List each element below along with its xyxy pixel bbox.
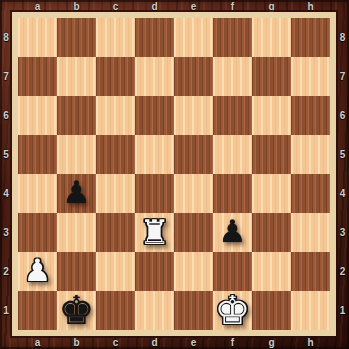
rank-labels-right: 87654321 bbox=[336, 18, 349, 330]
square-a4[interactable] bbox=[18, 174, 57, 213]
square-f3[interactable]: ♟ bbox=[213, 213, 252, 252]
square-c8[interactable] bbox=[96, 18, 135, 57]
square-e3[interactable] bbox=[174, 213, 213, 252]
black-pawn[interactable]: ♟ bbox=[219, 216, 247, 247]
square-b6[interactable] bbox=[57, 96, 96, 135]
square-a6[interactable] bbox=[18, 96, 57, 135]
square-d4[interactable] bbox=[135, 174, 174, 213]
square-d7[interactable] bbox=[135, 57, 174, 96]
white-rook[interactable]: ♜ bbox=[139, 215, 169, 249]
square-a1[interactable] bbox=[18, 291, 57, 330]
file-label-b: b bbox=[57, 336, 96, 349]
file-label-g: g bbox=[252, 336, 291, 349]
rank-label-2: 2 bbox=[336, 252, 349, 291]
square-b2[interactable] bbox=[57, 252, 96, 291]
square-f8[interactable] bbox=[213, 18, 252, 57]
rank-label-8: 8 bbox=[0, 18, 12, 57]
square-b1[interactable]: ♚ bbox=[57, 291, 96, 330]
rank-label-5: 5 bbox=[336, 135, 349, 174]
rank-label-4: 4 bbox=[0, 174, 12, 213]
square-d5[interactable] bbox=[135, 135, 174, 174]
square-e7[interactable] bbox=[174, 57, 213, 96]
square-h4[interactable] bbox=[291, 174, 330, 213]
square-g2[interactable] bbox=[252, 252, 291, 291]
square-d2[interactable] bbox=[135, 252, 174, 291]
file-label-d: d bbox=[135, 336, 174, 349]
rank-label-4: 4 bbox=[336, 174, 349, 213]
file-label-g: g bbox=[252, 0, 291, 12]
square-e2[interactable] bbox=[174, 252, 213, 291]
square-e5[interactable] bbox=[174, 135, 213, 174]
file-label-h: h bbox=[291, 0, 330, 12]
square-g6[interactable] bbox=[252, 96, 291, 135]
square-f4[interactable] bbox=[213, 174, 252, 213]
square-c3[interactable] bbox=[96, 213, 135, 252]
black-pawn[interactable]: ♟ bbox=[63, 177, 91, 208]
file-label-c: c bbox=[96, 336, 135, 349]
file-label-b: b bbox=[57, 0, 96, 12]
square-c6[interactable] bbox=[96, 96, 135, 135]
square-d6[interactable] bbox=[135, 96, 174, 135]
square-c1[interactable] bbox=[96, 291, 135, 330]
square-g8[interactable] bbox=[252, 18, 291, 57]
square-a7[interactable] bbox=[18, 57, 57, 96]
black-king[interactable]: ♚ bbox=[59, 290, 95, 330]
rank-label-1: 1 bbox=[0, 291, 12, 330]
board-bevel: ♟♜♟♟♚♚ bbox=[12, 12, 336, 336]
square-f6[interactable] bbox=[213, 96, 252, 135]
square-c2[interactable] bbox=[96, 252, 135, 291]
square-e4[interactable] bbox=[174, 174, 213, 213]
chess-app: abcdefgh abcdefgh 87654321 87654321 ♟♜♟♟… bbox=[0, 0, 349, 349]
rank-label-8: 8 bbox=[336, 18, 349, 57]
square-g1[interactable] bbox=[252, 291, 291, 330]
square-a5[interactable] bbox=[18, 135, 57, 174]
rank-label-7: 7 bbox=[336, 57, 349, 96]
rank-label-3: 3 bbox=[336, 213, 349, 252]
rank-label-5: 5 bbox=[0, 135, 12, 174]
file-label-d: d bbox=[135, 0, 174, 12]
square-e1[interactable] bbox=[174, 291, 213, 330]
white-king[interactable]: ♚ bbox=[215, 290, 251, 330]
square-b3[interactable] bbox=[57, 213, 96, 252]
square-h3[interactable] bbox=[291, 213, 330, 252]
chess-board: ♟♜♟♟♚♚ bbox=[18, 18, 330, 330]
square-a8[interactable] bbox=[18, 18, 57, 57]
square-g7[interactable] bbox=[252, 57, 291, 96]
rank-labels-left: 87654321 bbox=[0, 18, 12, 330]
square-h2[interactable] bbox=[291, 252, 330, 291]
rank-label-6: 6 bbox=[0, 96, 12, 135]
file-labels-top: abcdefgh bbox=[18, 0, 330, 12]
square-b4[interactable]: ♟ bbox=[57, 174, 96, 213]
square-a2[interactable]: ♟ bbox=[18, 252, 57, 291]
file-label-e: e bbox=[174, 0, 213, 12]
square-b8[interactable] bbox=[57, 18, 96, 57]
square-c4[interactable] bbox=[96, 174, 135, 213]
square-c7[interactable] bbox=[96, 57, 135, 96]
square-h1[interactable] bbox=[291, 291, 330, 330]
square-f5[interactable] bbox=[213, 135, 252, 174]
rank-label-6: 6 bbox=[336, 96, 349, 135]
square-a3[interactable] bbox=[18, 213, 57, 252]
square-h6[interactable] bbox=[291, 96, 330, 135]
square-f1[interactable]: ♚ bbox=[213, 291, 252, 330]
square-b7[interactable] bbox=[57, 57, 96, 96]
square-b5[interactable] bbox=[57, 135, 96, 174]
square-g3[interactable] bbox=[252, 213, 291, 252]
file-labels-bottom: abcdefgh bbox=[18, 336, 330, 349]
square-c5[interactable] bbox=[96, 135, 135, 174]
file-label-c: c bbox=[96, 0, 135, 12]
file-label-h: h bbox=[291, 336, 330, 349]
file-label-a: a bbox=[18, 336, 57, 349]
rank-label-1: 1 bbox=[336, 291, 349, 330]
file-label-e: e bbox=[174, 336, 213, 349]
square-g4[interactable] bbox=[252, 174, 291, 213]
white-pawn[interactable]: ♟ bbox=[24, 255, 52, 286]
rank-label-3: 3 bbox=[0, 213, 12, 252]
file-label-a: a bbox=[18, 0, 57, 12]
square-d3[interactable]: ♜ bbox=[135, 213, 174, 252]
square-e8[interactable] bbox=[174, 18, 213, 57]
file-label-f: f bbox=[213, 0, 252, 12]
square-f7[interactable] bbox=[213, 57, 252, 96]
square-h7[interactable] bbox=[291, 57, 330, 96]
rank-label-7: 7 bbox=[0, 57, 12, 96]
rank-label-2: 2 bbox=[0, 252, 12, 291]
square-d1[interactable] bbox=[135, 291, 174, 330]
square-f2[interactable] bbox=[213, 252, 252, 291]
square-h8[interactable] bbox=[291, 18, 330, 57]
square-e6[interactable] bbox=[174, 96, 213, 135]
square-h5[interactable] bbox=[291, 135, 330, 174]
square-d8[interactable] bbox=[135, 18, 174, 57]
file-label-f: f bbox=[213, 336, 252, 349]
square-g5[interactable] bbox=[252, 135, 291, 174]
